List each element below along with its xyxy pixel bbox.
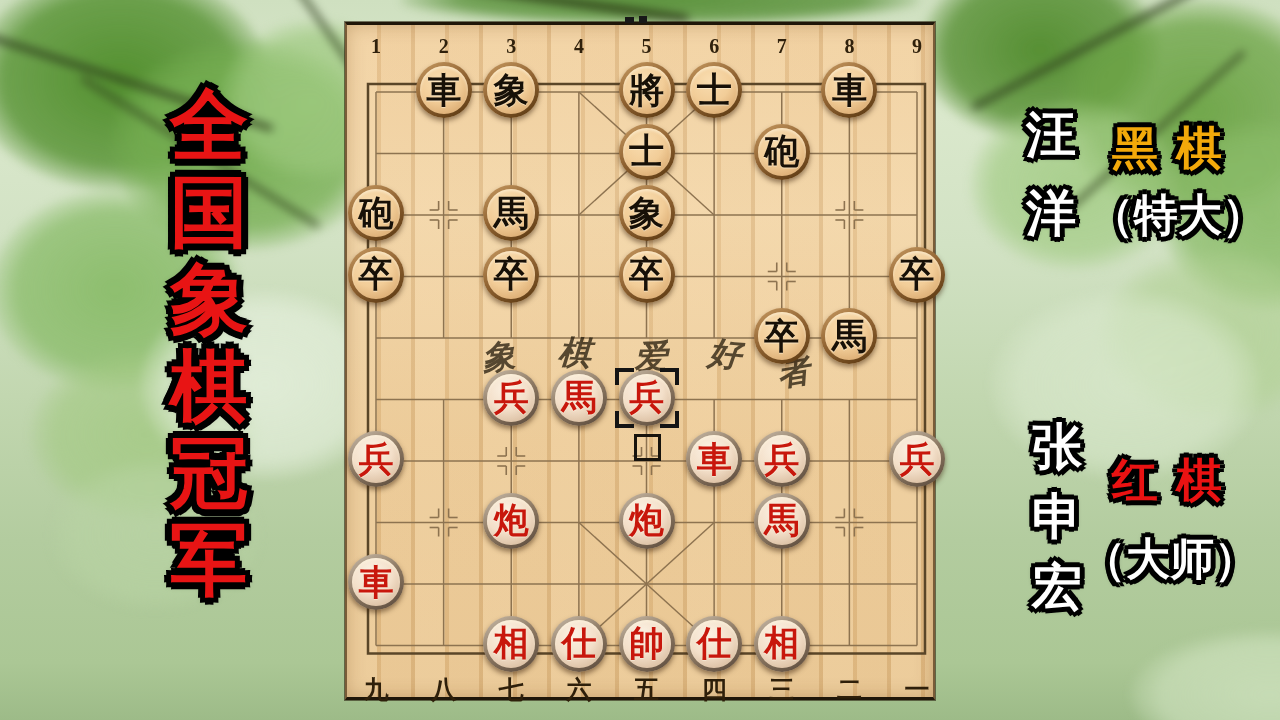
player-red-name-char: 申: [1026, 482, 1088, 552]
piece-glyph: 將: [629, 72, 664, 107]
black-piece-士[interactable]: 士: [619, 124, 675, 180]
piece-glyph: 車: [832, 72, 867, 107]
piece-glyph: 卒: [629, 256, 664, 291]
xiangqi-board[interactable]: 123456789 九八七六五四三二一 象棋爱好者 車象將士車士砲砲馬象卒卒卒卒…: [345, 22, 935, 700]
piece-glyph: 相: [494, 625, 529, 660]
black-piece-卒[interactable]: 卒: [889, 247, 945, 303]
column-number-bottom: 四: [694, 673, 734, 706]
move-origin-marker: [634, 434, 661, 461]
red-piece-馬[interactable]: 馬: [551, 370, 607, 426]
bracket-corner: [615, 368, 634, 385]
piece-glyph: 卒: [764, 318, 799, 353]
piece-glyph: 卒: [900, 256, 935, 291]
piece-glyph: 馬: [494, 195, 529, 230]
black-piece-卒[interactable]: 卒: [483, 247, 539, 303]
piece-glyph: 相: [764, 625, 799, 660]
video-frame: 全国象棋冠军 123456789 九八七六五四三二一 象棋爱好者 車象將士車士砲…: [0, 0, 1280, 720]
column-number-bottom: 八: [424, 673, 464, 706]
red-piece-車[interactable]: 車: [348, 554, 404, 610]
black-piece-砲[interactable]: 砲: [348, 185, 404, 241]
column-number-bottom: 二: [829, 673, 869, 706]
column-number-top: 2: [429, 35, 459, 58]
column-number-top: 8: [834, 35, 864, 58]
red-piece-兵[interactable]: 兵: [348, 431, 404, 487]
red-piece-兵[interactable]: 兵: [483, 370, 539, 426]
piece-glyph: 卒: [494, 256, 529, 291]
banner-title-char: 冠: [157, 430, 261, 517]
red-piece-馬[interactable]: 馬: [754, 493, 810, 549]
piece-glyph: 仕: [561, 625, 596, 660]
black-piece-車[interactable]: 車: [821, 62, 877, 118]
red-rank-label: （大师）: [1082, 530, 1258, 589]
red-piece-帥[interactable]: 帥: [619, 616, 675, 672]
clipped-caption-fragment: [639, 16, 647, 23]
piece-glyph: 兵: [764, 441, 799, 476]
banner-title-char: 全: [157, 82, 261, 169]
column-number-bottom: 三: [762, 673, 802, 706]
black-piece-車[interactable]: 車: [416, 62, 472, 118]
column-number-top: 4: [564, 35, 594, 58]
last-move-destination-marker: [615, 368, 679, 428]
player-red-name-char: 宏: [1026, 552, 1088, 622]
banner-title-char: 象: [157, 256, 261, 343]
column-number-bottom: 七: [491, 673, 531, 706]
player-black-name-char-1: 汪: [1026, 102, 1076, 169]
column-number-bottom: 六: [559, 673, 599, 706]
clipped-caption-fragment: [625, 17, 634, 23]
black-piece-士[interactable]: 士: [686, 62, 742, 118]
black-piece-象[interactable]: 象: [619, 185, 675, 241]
piece-glyph: 馬: [764, 502, 799, 537]
bracket-corner: [615, 411, 634, 428]
black-piece-卒[interactable]: 卒: [619, 247, 675, 303]
red-piece-相[interactable]: 相: [754, 616, 810, 672]
banner-title-char: 军: [157, 517, 261, 604]
bracket-corner: [660, 368, 679, 385]
piece-glyph: 車: [426, 72, 461, 107]
player-black-name-char-2: 洋: [1026, 180, 1076, 247]
black-piece-卒[interactable]: 卒: [348, 247, 404, 303]
column-number-top: 3: [496, 35, 526, 58]
red-piece-兵[interactable]: 兵: [754, 431, 810, 487]
column-number-top: 6: [699, 35, 729, 58]
red-piece-相[interactable]: 相: [483, 616, 539, 672]
banner-title: 全国象棋冠军: [157, 82, 261, 604]
column-number-top: 9: [902, 35, 932, 58]
piece-glyph: 卒: [359, 256, 394, 291]
black-piece-象[interactable]: 象: [483, 62, 539, 118]
piece-glyph: 車: [697, 441, 732, 476]
piece-glyph: 象: [494, 72, 529, 107]
red-piece-兵[interactable]: 兵: [889, 431, 945, 487]
piece-glyph: 砲: [359, 195, 394, 230]
red-piece-仕[interactable]: 仕: [686, 616, 742, 672]
column-number-top: 5: [632, 35, 662, 58]
column-number-bottom: 五: [627, 673, 667, 706]
piece-glyph: 士: [629, 133, 664, 168]
piece-glyph: 車: [359, 564, 394, 599]
bracket-corner: [660, 411, 679, 428]
black-piece-將[interactable]: 將: [619, 62, 675, 118]
piece-glyph: 馬: [561, 379, 596, 414]
player-red-name-char: 张: [1026, 412, 1088, 482]
piece-glyph: 兵: [900, 441, 935, 476]
red-piece-炮[interactable]: 炮: [483, 493, 539, 549]
column-number-bottom: 一: [897, 673, 937, 706]
red-piece-車[interactable]: 車: [686, 431, 742, 487]
piece-glyph: 帥: [629, 625, 664, 660]
banner-title-char: 棋: [157, 343, 261, 430]
column-number-bottom: 九: [356, 673, 396, 706]
leaf-blob: [1130, 630, 1280, 720]
player-red-name: 张申宏: [1026, 412, 1088, 622]
piece-glyph: 仕: [697, 625, 732, 660]
piece-glyph: 士: [697, 72, 732, 107]
red-piece-仕[interactable]: 仕: [551, 616, 607, 672]
black-side-label: 黑棋: [1112, 118, 1240, 180]
black-piece-卒[interactable]: 卒: [754, 308, 810, 364]
piece-glyph: 砲: [764, 133, 799, 168]
piece-glyph: 炮: [494, 502, 529, 537]
piece-glyph: 炮: [629, 502, 664, 537]
black-piece-馬[interactable]: 馬: [821, 308, 877, 364]
column-number-top: 1: [361, 35, 391, 58]
banner-title-char: 国: [157, 169, 261, 256]
piece-glyph: 兵: [494, 379, 529, 414]
piece-glyph: 象: [629, 195, 664, 230]
piece-glyph: 馬: [832, 318, 867, 353]
watermark-char: 好: [706, 331, 743, 379]
black-piece-砲[interactable]: 砲: [754, 124, 810, 180]
red-piece-炮[interactable]: 炮: [619, 493, 675, 549]
black-piece-馬[interactable]: 馬: [483, 185, 539, 241]
piece-glyph: 兵: [359, 441, 394, 476]
red-side-label: 红棋: [1112, 450, 1240, 512]
black-rank-label: （特大）: [1090, 186, 1266, 245]
column-number-top: 7: [767, 35, 797, 58]
